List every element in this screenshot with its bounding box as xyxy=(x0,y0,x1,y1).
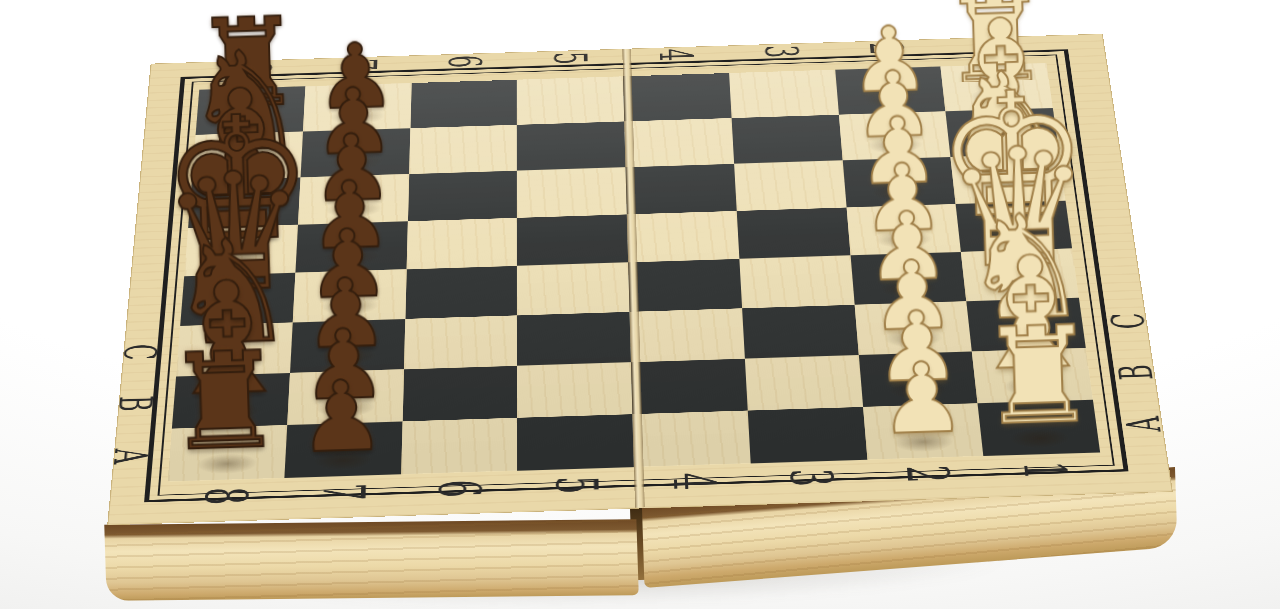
square-a6[interactable] xyxy=(401,418,518,475)
square-d6[interactable] xyxy=(405,266,517,319)
square-d3[interactable] xyxy=(739,255,854,308)
square-a1[interactable]: ♜ xyxy=(978,399,1100,456)
file-label-a-left: A xyxy=(107,448,154,465)
black-rook-a8[interactable]: ♜ xyxy=(163,334,286,470)
square-c3[interactable] xyxy=(742,305,858,359)
white-pawn-a2[interactable]: ♟ xyxy=(878,348,968,447)
rank-label-6-near: 6 xyxy=(430,479,487,498)
rank-label-7-near: 7 xyxy=(313,483,370,502)
scene: ♜♟♟♜♞♟♟♝♝♟♟♞♚♟♟♚♛♟♟♛♞♟♟♞♝♟♟♝♜♟♟♜ 8765432… xyxy=(0,0,1280,609)
square-b4[interactable] xyxy=(631,359,748,414)
square-a8[interactable]: ♜ xyxy=(168,425,287,482)
square-g6[interactable] xyxy=(409,125,517,174)
white-rook-a1[interactable]: ♜ xyxy=(977,309,1100,445)
square-h6[interactable] xyxy=(410,80,517,128)
rank-label-5-near: 5 xyxy=(547,476,604,495)
black-pawn-a7[interactable]: ♟ xyxy=(296,367,386,466)
rank-label-4-far: 4 xyxy=(653,48,698,62)
rank-label-4-near: 4 xyxy=(664,472,721,491)
file-label-b-right: B xyxy=(1112,364,1159,381)
square-a5[interactable] xyxy=(517,414,634,471)
rank-label-2-near: 2 xyxy=(898,465,956,484)
square-e6[interactable] xyxy=(406,218,517,270)
square-g4[interactable] xyxy=(624,118,734,167)
chessboard[interactable]: ♜♟♟♜♞♟♟♝♝♟♟♞♚♟♟♚♛♟♟♛♞♟♟♞♝♟♟♝♜♟♟♜ 8765432… xyxy=(108,34,1171,525)
square-a4[interactable] xyxy=(632,410,750,467)
square-h4[interactable] xyxy=(623,73,731,121)
square-h3[interactable] xyxy=(729,70,839,118)
rank-label-5-far: 5 xyxy=(547,51,592,65)
rank-label-6-far: 6 xyxy=(442,55,487,69)
square-e3[interactable] xyxy=(736,207,850,259)
square-h5[interactable] xyxy=(517,76,624,124)
file-label-c-left: C xyxy=(117,344,163,361)
square-a7[interactable]: ♟ xyxy=(284,421,402,478)
square-c6[interactable] xyxy=(404,315,518,369)
square-f5[interactable] xyxy=(517,167,627,217)
square-b6[interactable] xyxy=(402,366,517,421)
rank-label-1-near: 1 xyxy=(1015,461,1074,480)
file-label-c-right: C xyxy=(1105,313,1151,330)
rank-label-2-far: 2 xyxy=(863,41,909,55)
file-label-a-right: A xyxy=(1120,416,1168,433)
square-d5[interactable] xyxy=(517,262,629,315)
rank-label-8-near: 8 xyxy=(196,487,254,506)
square-f4[interactable] xyxy=(625,164,736,214)
rank-label-3-near: 3 xyxy=(781,468,839,487)
square-e5[interactable] xyxy=(517,214,628,266)
rank-label-3-far: 3 xyxy=(758,45,804,59)
square-c4[interactable] xyxy=(630,308,745,362)
square-e4[interactable] xyxy=(627,211,739,263)
photo-stage: ♜♟♟♜♞♟♟♝♝♟♟♞♚♟♟♚♛♟♟♛♞♟♟♞♝♟♟♝♜♟♟♜ 8765432… xyxy=(0,0,1280,609)
square-g5[interactable] xyxy=(517,121,625,170)
rank-label-1-far: 1 xyxy=(968,38,1014,52)
square-b3[interactable] xyxy=(745,355,863,410)
square-c5[interactable] xyxy=(517,312,631,366)
rank-label-8-far: 8 xyxy=(231,61,277,75)
square-g3[interactable] xyxy=(731,115,842,164)
square-f6[interactable] xyxy=(407,171,517,222)
rank-label-7-far: 7 xyxy=(336,58,381,72)
square-b5[interactable] xyxy=(517,362,632,417)
square-a3[interactable] xyxy=(747,407,866,464)
file-label-b-left: B xyxy=(112,395,158,412)
square-f3[interactable] xyxy=(734,160,846,210)
square-a2[interactable]: ♟ xyxy=(863,403,984,460)
